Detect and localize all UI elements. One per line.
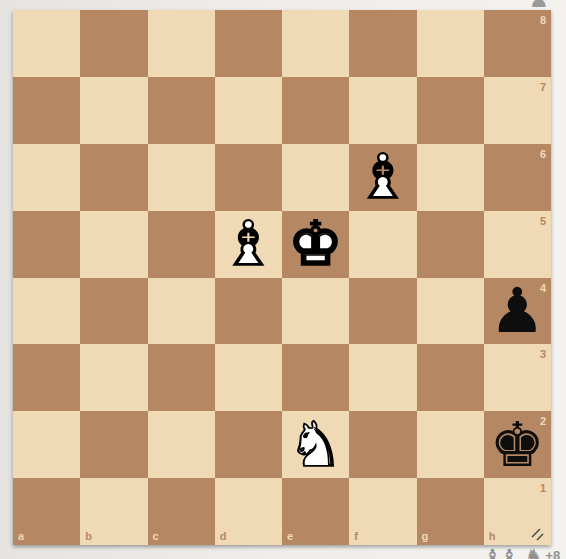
black-king[interactable]: ♚ bbox=[484, 411, 551, 478]
square-b2[interactable] bbox=[80, 411, 147, 478]
square-c3[interactable] bbox=[148, 344, 215, 411]
square-e6[interactable] bbox=[282, 144, 349, 211]
square-g8[interactable] bbox=[417, 10, 484, 77]
captured-bishop-icon: ♝ bbox=[483, 547, 500, 559]
square-d8[interactable] bbox=[215, 10, 282, 77]
captured-bishop-icon: ♝ bbox=[500, 547, 517, 559]
square-c4[interactable] bbox=[148, 278, 215, 345]
coord-file-a: a bbox=[18, 530, 24, 542]
square-f2[interactable] bbox=[349, 411, 416, 478]
square-b4[interactable] bbox=[80, 278, 147, 345]
coord-file-b: b bbox=[85, 530, 92, 542]
coord-rank-8: 8 bbox=[540, 14, 546, 26]
board-resize-handle-icon[interactable] bbox=[530, 527, 544, 541]
square-c5[interactable] bbox=[148, 211, 215, 278]
square-b5[interactable] bbox=[80, 211, 147, 278]
square-h5[interactable]: 5 bbox=[484, 211, 551, 278]
coord-file-g: g bbox=[422, 530, 429, 542]
square-a3[interactable] bbox=[13, 344, 80, 411]
square-b8[interactable] bbox=[80, 10, 147, 77]
square-g7[interactable] bbox=[417, 77, 484, 144]
square-f6[interactable]: ♝♗ bbox=[349, 144, 416, 211]
square-f8[interactable] bbox=[349, 10, 416, 77]
square-a2[interactable] bbox=[13, 411, 80, 478]
captured-knight-icon: ♞ bbox=[525, 547, 542, 559]
square-b7[interactable] bbox=[80, 77, 147, 144]
square-g5[interactable] bbox=[417, 211, 484, 278]
square-f4[interactable] bbox=[349, 278, 416, 345]
coord-rank-1: 1 bbox=[540, 482, 546, 494]
square-d2[interactable] bbox=[215, 411, 282, 478]
square-a1[interactable]: a bbox=[13, 478, 80, 545]
square-d1[interactable]: d bbox=[215, 478, 282, 545]
square-g4[interactable] bbox=[417, 278, 484, 345]
chess-board: 87♝♗6♝♗♚♔54♟3♞♘2♚abcdefg1h bbox=[13, 10, 551, 545]
square-a5[interactable] bbox=[13, 211, 80, 278]
white-knight[interactable]: ♞♘ bbox=[282, 411, 349, 478]
square-a8[interactable] bbox=[13, 10, 80, 77]
square-h3[interactable]: 3 bbox=[484, 344, 551, 411]
coord-file-e: e bbox=[287, 530, 293, 542]
white-bishop[interactable]: ♝♗ bbox=[349, 144, 416, 211]
square-b3[interactable] bbox=[80, 344, 147, 411]
square-d6[interactable] bbox=[215, 144, 282, 211]
square-f1[interactable]: f bbox=[349, 478, 416, 545]
square-c2[interactable] bbox=[148, 411, 215, 478]
square-e3[interactable] bbox=[282, 344, 349, 411]
square-h4[interactable]: 4♟ bbox=[484, 278, 551, 345]
square-e7[interactable] bbox=[282, 77, 349, 144]
material-diff-white: ♝ ♝ ♞ +8 bbox=[483, 547, 560, 559]
square-e4[interactable] bbox=[282, 278, 349, 345]
square-d4[interactable] bbox=[215, 278, 282, 345]
coord-file-c: c bbox=[153, 530, 159, 542]
square-c6[interactable] bbox=[148, 144, 215, 211]
square-f7[interactable] bbox=[349, 77, 416, 144]
square-g1[interactable]: g bbox=[417, 478, 484, 545]
square-d3[interactable] bbox=[215, 344, 282, 411]
coord-file-f: f bbox=[354, 530, 358, 542]
square-h7[interactable]: 7 bbox=[484, 77, 551, 144]
coord-rank-3: 3 bbox=[540, 348, 546, 360]
square-c8[interactable] bbox=[148, 10, 215, 77]
square-e1[interactable]: e bbox=[282, 478, 349, 545]
square-f5[interactable] bbox=[349, 211, 416, 278]
coord-rank-7: 7 bbox=[540, 81, 546, 93]
coord-file-h: h bbox=[489, 530, 496, 542]
black-pawn[interactable]: ♟ bbox=[484, 278, 551, 345]
square-a7[interactable] bbox=[13, 77, 80, 144]
white-king[interactable]: ♚♔ bbox=[282, 211, 349, 278]
square-e8[interactable] bbox=[282, 10, 349, 77]
square-d5[interactable]: ♝♗ bbox=[215, 211, 282, 278]
white-bishop[interactable]: ♝♗ bbox=[215, 211, 282, 278]
square-d7[interactable] bbox=[215, 77, 282, 144]
square-b1[interactable]: b bbox=[80, 478, 147, 545]
material-advantage: +8 bbox=[545, 548, 560, 559]
square-b6[interactable] bbox=[80, 144, 147, 211]
square-c1[interactable]: c bbox=[148, 478, 215, 545]
square-e5[interactable]: ♚♔ bbox=[282, 211, 349, 278]
square-f3[interactable] bbox=[349, 344, 416, 411]
square-a6[interactable] bbox=[13, 144, 80, 211]
square-h2[interactable]: 2♚ bbox=[484, 411, 551, 478]
square-g2[interactable] bbox=[417, 411, 484, 478]
square-e2[interactable]: ♞♘ bbox=[282, 411, 349, 478]
coord-rank-6: 6 bbox=[540, 148, 546, 160]
square-g3[interactable] bbox=[417, 344, 484, 411]
square-h6[interactable]: 6 bbox=[484, 144, 551, 211]
square-h8[interactable]: 8 bbox=[484, 10, 551, 77]
coord-rank-5: 5 bbox=[540, 215, 546, 227]
square-g6[interactable] bbox=[417, 144, 484, 211]
square-c7[interactable] bbox=[148, 77, 215, 144]
coord-file-d: d bbox=[220, 530, 227, 542]
square-a4[interactable] bbox=[13, 278, 80, 345]
